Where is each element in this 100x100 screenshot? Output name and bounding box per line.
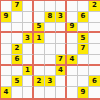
cell-r7c6-given-digit[interactable]: 4 <box>56 66 67 77</box>
cell-r1c8-empty[interactable] <box>78 1 89 12</box>
cell-r4c3-given-digit[interactable]: 3 <box>23 33 34 44</box>
cell-r7c9-empty[interactable] <box>89 66 100 77</box>
cell-r7c5-empty[interactable] <box>45 66 56 77</box>
cell-r4c5-empty[interactable] <box>45 33 56 44</box>
cell-r5c7-empty[interactable] <box>67 44 78 55</box>
cell-r8c3-empty[interactable] <box>23 76 34 87</box>
cell-r9c5-empty[interactable] <box>45 87 56 98</box>
cell-r4c2-empty[interactable] <box>12 33 23 44</box>
cell-r5c3-empty[interactable] <box>23 44 34 55</box>
cell-r5c6-empty[interactable] <box>56 44 67 55</box>
cell-r3c1-empty[interactable] <box>1 23 12 34</box>
cell-r1c2-given-digit[interactable]: 7 <box>12 1 23 12</box>
cell-r1c7-empty[interactable] <box>67 1 78 12</box>
cell-r2c5-given-digit[interactable]: 8 <box>45 12 56 23</box>
cell-r3c4-given-digit[interactable]: 5 <box>34 23 45 34</box>
cell-r9c9-empty[interactable] <box>89 87 100 98</box>
cell-r6c2-given-digit[interactable]: 6 <box>12 55 23 66</box>
sudoku-board: 729836593152767414523649 <box>0 0 100 100</box>
cell-r1c3-empty[interactable] <box>23 1 34 12</box>
cell-r3c9-empty[interactable] <box>89 23 100 34</box>
cell-r8c5-given-digit[interactable]: 3 <box>45 76 56 87</box>
cell-r7c7-empty[interactable] <box>67 66 78 77</box>
cell-r6c3-empty[interactable] <box>23 55 34 66</box>
cell-r6c5-empty[interactable] <box>45 55 56 66</box>
cell-r2c2-empty[interactable] <box>12 12 23 23</box>
cell-r9c1-given-digit[interactable]: 4 <box>1 87 12 98</box>
cell-r5c8-given-digit[interactable]: 7 <box>78 44 89 55</box>
cell-r8c1-empty[interactable] <box>1 76 12 87</box>
cell-r5c4-empty[interactable] <box>34 44 45 55</box>
cell-r4c9-empty[interactable] <box>89 33 100 44</box>
cell-r4c7-empty[interactable] <box>67 33 78 44</box>
cell-r3c7-given-digit[interactable]: 9 <box>67 23 78 34</box>
cell-r5c2-given-digit[interactable]: 2 <box>12 44 23 55</box>
cell-r6c6-given-digit[interactable]: 7 <box>56 55 67 66</box>
cell-r7c4-empty[interactable] <box>34 66 45 77</box>
cell-r2c9-empty[interactable] <box>89 12 100 23</box>
cell-r2c6-given-digit[interactable]: 3 <box>56 12 67 23</box>
cell-r9c2-empty[interactable] <box>12 87 23 98</box>
cell-r7c3-given-digit[interactable]: 1 <box>23 66 34 77</box>
cell-r3c3-empty[interactable] <box>23 23 34 34</box>
cell-r8c8-empty[interactable] <box>78 76 89 87</box>
cell-r1c4-empty[interactable] <box>34 1 45 12</box>
cell-r2c1-given-digit[interactable]: 9 <box>1 12 12 23</box>
cell-r2c8-given-digit[interactable]: 6 <box>78 12 89 23</box>
cell-r3c2-empty[interactable] <box>12 23 23 34</box>
cell-r7c2-empty[interactable] <box>12 66 23 77</box>
cell-r5c5-empty[interactable] <box>45 44 56 55</box>
cell-r1c1-empty[interactable] <box>1 1 12 12</box>
cell-r3c6-empty[interactable] <box>56 23 67 34</box>
cell-r8c4-given-digit[interactable]: 2 <box>34 76 45 87</box>
cell-r7c8-empty[interactable] <box>78 66 89 77</box>
cell-r6c7-given-digit[interactable]: 4 <box>67 55 78 66</box>
cell-r3c8-empty[interactable] <box>78 23 89 34</box>
cell-r1c5-empty[interactable] <box>45 1 56 12</box>
cell-r1c6-empty[interactable] <box>56 1 67 12</box>
cell-r6c1-empty[interactable] <box>1 55 12 66</box>
cell-r9c7-empty[interactable] <box>67 87 78 98</box>
cell-r6c9-empty[interactable] <box>89 55 100 66</box>
cell-r7c1-empty[interactable] <box>1 66 12 77</box>
cell-r8c2-given-digit[interactable]: 5 <box>12 76 23 87</box>
cell-r6c4-empty[interactable] <box>34 55 45 66</box>
cell-r4c6-empty[interactable] <box>56 33 67 44</box>
cell-r5c9-empty[interactable] <box>89 44 100 55</box>
cell-r8c6-empty[interactable] <box>56 76 67 87</box>
cell-r8c7-empty[interactable] <box>67 76 78 87</box>
cell-r4c4-given-digit[interactable]: 1 <box>34 33 45 44</box>
cell-r2c7-empty[interactable] <box>67 12 78 23</box>
cell-r2c3-empty[interactable] <box>23 12 34 23</box>
cell-r9c6-empty[interactable] <box>56 87 67 98</box>
cell-r9c4-empty[interactable] <box>34 87 45 98</box>
cell-r1c9-given-digit[interactable]: 2 <box>89 1 100 12</box>
cell-r3c5-empty[interactable] <box>45 23 56 34</box>
cell-r8c9-given-digit[interactable]: 6 <box>89 76 100 87</box>
cell-r9c3-empty[interactable] <box>23 87 34 98</box>
cell-r5c1-empty[interactable] <box>1 44 12 55</box>
cell-r9c8-given-digit[interactable]: 9 <box>78 87 89 98</box>
cell-r2c4-empty[interactable] <box>34 12 45 23</box>
cell-r4c1-empty[interactable] <box>1 33 12 44</box>
cell-r4c8-given-digit[interactable]: 5 <box>78 33 89 44</box>
cell-r6c8-empty[interactable] <box>78 55 89 66</box>
